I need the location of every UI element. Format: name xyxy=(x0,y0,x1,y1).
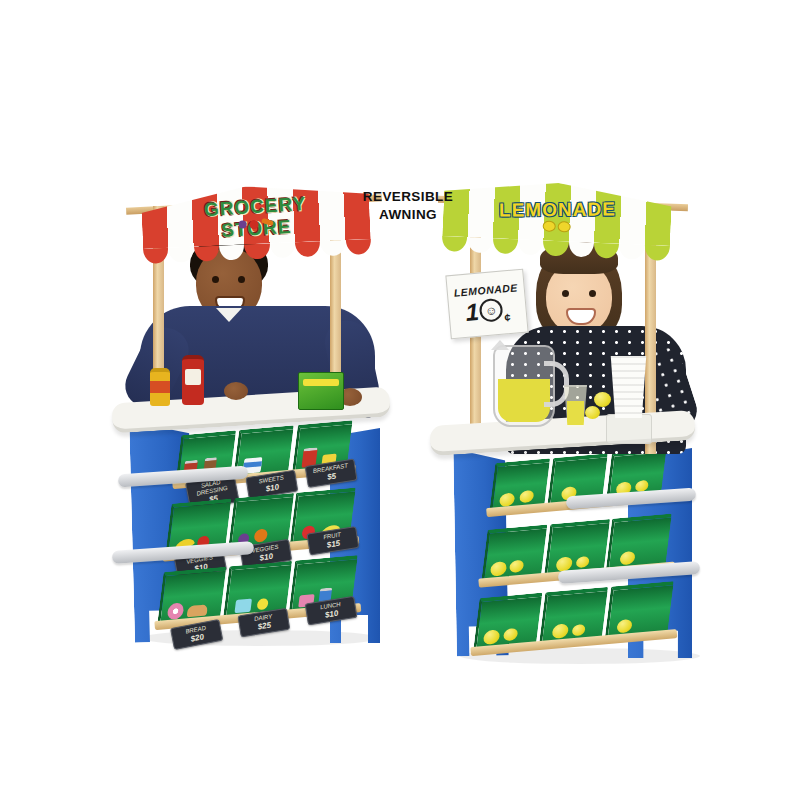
lemon xyxy=(490,561,508,577)
lemon xyxy=(594,392,611,407)
grocery-awning: GROCERY STORE xyxy=(141,181,372,264)
lemonade-pitcher xyxy=(493,345,555,427)
lemon xyxy=(483,629,501,645)
bread-loaf xyxy=(187,604,208,617)
lemon xyxy=(509,560,524,573)
girl-right-eye xyxy=(589,290,596,297)
pitcher-spout xyxy=(491,340,509,350)
milk-carton xyxy=(234,599,252,614)
boy-left-eye xyxy=(212,276,219,283)
lemon xyxy=(503,628,518,641)
lemon xyxy=(551,623,569,639)
lemon xyxy=(519,490,534,503)
ketchup-bottle xyxy=(182,355,204,405)
caption-reversible-awning: REVERSIBLE AWNING xyxy=(338,188,478,223)
orange xyxy=(253,528,268,542)
girl-left-eye xyxy=(562,290,569,297)
carrot-icon xyxy=(261,218,274,226)
play-food-box-band xyxy=(303,379,339,386)
smiley-zero-icon xyxy=(479,298,504,323)
boy-left-hand xyxy=(224,382,248,400)
cup-lemonade xyxy=(567,401,584,425)
mustard-label xyxy=(150,381,170,393)
donut xyxy=(167,602,185,620)
cheese xyxy=(257,598,269,610)
price-sign-amount: 1 ¢ xyxy=(464,295,511,327)
play-food-box xyxy=(298,372,344,410)
mustard-bottle xyxy=(150,368,170,406)
white-cup-stack xyxy=(610,356,647,418)
grapes-icon xyxy=(238,220,246,228)
product-photo-reversible-play-stand: REVERSIBLE AWNING GROCERY STORE xyxy=(0,0,800,800)
boy-right-eye xyxy=(238,276,245,283)
lemon xyxy=(620,551,637,565)
lemon xyxy=(575,556,589,568)
pitcher-lemonade xyxy=(498,379,550,422)
clear-cup xyxy=(606,414,652,444)
ketchup-label xyxy=(185,369,201,385)
apple-icon xyxy=(249,220,258,229)
lemon xyxy=(572,624,586,636)
lemonade-price-sign: LEMONADE 1 ¢ xyxy=(445,269,528,340)
grocery-sign-fruit-icons xyxy=(238,219,273,230)
lemon xyxy=(616,619,633,633)
lemon xyxy=(585,406,600,419)
lemonade-sign-lemons-icon xyxy=(542,220,570,232)
